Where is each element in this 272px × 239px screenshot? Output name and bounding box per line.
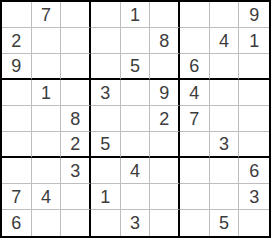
cell-r9c6[interactable] [150, 210, 180, 236]
cell-r5c8[interactable] [210, 106, 240, 132]
cell-r4c1[interactable] [2, 80, 32, 106]
cell-r8c8[interactable] [210, 184, 240, 210]
cell-r9c4[interactable] [91, 210, 121, 236]
cell-r3c7[interactable]: 6 [180, 54, 210, 80]
cell-r1c9[interactable]: 9 [239, 2, 269, 28]
cell-r4c5[interactable] [121, 80, 151, 106]
cell-r5c4[interactable] [91, 106, 121, 132]
cell-r4c3[interactable] [61, 80, 91, 106]
cell-r6c8[interactable]: 3 [210, 132, 240, 158]
cell-r7c8[interactable] [210, 158, 240, 184]
cell-r7c4[interactable] [91, 158, 121, 184]
cell-r4c4[interactable]: 3 [91, 80, 121, 106]
cell-r4c2[interactable]: 1 [32, 80, 62, 106]
cell-r2c1[interactable]: 2 [2, 28, 32, 54]
cell-r3c8[interactable] [210, 54, 240, 80]
cell-r2c7[interactable] [180, 28, 210, 54]
cell-r9c1[interactable]: 6 [2, 210, 32, 236]
cell-r8c3[interactable] [61, 184, 91, 210]
cell-r7c5[interactable]: 4 [121, 158, 151, 184]
cell-r9c3[interactable] [61, 210, 91, 236]
cell-r8c2[interactable]: 4 [32, 184, 62, 210]
cell-r7c2[interactable] [32, 158, 62, 184]
cell-r6c9[interactable] [239, 132, 269, 158]
cell-r3c1[interactable]: 9 [2, 54, 32, 80]
cell-r2c4[interactable] [91, 28, 121, 54]
cell-r5c5[interactable] [121, 106, 151, 132]
cell-r8c5[interactable] [121, 184, 151, 210]
cell-r6c3[interactable]: 2 [61, 132, 91, 158]
cell-r8c1[interactable]: 7 [2, 184, 32, 210]
cell-r1c8[interactable] [210, 2, 240, 28]
cell-r6c5[interactable] [121, 132, 151, 158]
cell-r1c5[interactable]: 1 [121, 2, 151, 28]
cell-r7c9[interactable]: 6 [239, 158, 269, 184]
cell-r4c9[interactable] [239, 80, 269, 106]
cell-r5c1[interactable] [2, 106, 32, 132]
cell-r3c5[interactable]: 5 [121, 54, 151, 80]
cell-r6c7[interactable] [180, 132, 210, 158]
cell-r7c3[interactable]: 3 [61, 158, 91, 184]
cell-r9c5[interactable]: 3 [121, 210, 151, 236]
cell-r6c4[interactable]: 5 [91, 132, 121, 158]
cell-r2c8[interactable]: 4 [210, 28, 240, 54]
cell-r2c2[interactable] [32, 28, 62, 54]
cell-r6c2[interactable] [32, 132, 62, 158]
cell-r1c2[interactable]: 7 [32, 2, 62, 28]
cell-r7c7[interactable] [180, 158, 210, 184]
cell-r9c7[interactable] [180, 210, 210, 236]
cell-r1c4[interactable] [91, 2, 121, 28]
cell-r9c2[interactable] [32, 210, 62, 236]
cell-r7c6[interactable] [150, 158, 180, 184]
cell-r4c8[interactable] [210, 80, 240, 106]
cell-r8c7[interactable] [180, 184, 210, 210]
cell-r1c3[interactable] [61, 2, 91, 28]
cell-r1c1[interactable] [2, 2, 32, 28]
cell-r1c7[interactable] [180, 2, 210, 28]
cell-r5c3[interactable]: 8 [61, 106, 91, 132]
cell-r2c5[interactable] [121, 28, 151, 54]
cell-r3c6[interactable] [150, 54, 180, 80]
cell-r7c1[interactable] [2, 158, 32, 184]
cell-r3c3[interactable] [61, 54, 91, 80]
cell-r6c6[interactable] [150, 132, 180, 158]
cell-r6c1[interactable] [2, 132, 32, 158]
cell-r8c4[interactable]: 1 [91, 184, 121, 210]
cell-r3c2[interactable] [32, 54, 62, 80]
cell-r2c3[interactable] [61, 28, 91, 54]
cell-r5c2[interactable] [32, 106, 62, 132]
cell-r5c9[interactable] [239, 106, 269, 132]
cell-r4c7[interactable]: 4 [180, 80, 210, 106]
cell-r2c6[interactable]: 8 [150, 28, 180, 54]
sudoku-board: 7 1 9 2 8 4 1 9 5 6 1 3 9 4 8 2 7 2 5 3 … [0, 0, 271, 238]
cell-r9c9[interactable] [239, 210, 269, 236]
cell-r9c8[interactable]: 5 [210, 210, 240, 236]
cell-r1c6[interactable] [150, 2, 180, 28]
cell-r3c9[interactable] [239, 54, 269, 80]
cell-r3c4[interactable] [91, 54, 121, 80]
cell-r5c6[interactable]: 2 [150, 106, 180, 132]
cell-r8c9[interactable]: 3 [239, 184, 269, 210]
cell-r2c9[interactable]: 1 [239, 28, 269, 54]
cell-r4c6[interactable]: 9 [150, 80, 180, 106]
cell-r5c7[interactable]: 7 [180, 106, 210, 132]
cell-r8c6[interactable] [150, 184, 180, 210]
